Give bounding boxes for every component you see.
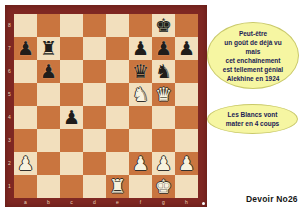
square-a8[interactable] — [14, 14, 37, 37]
square-d6[interactable] — [83, 60, 106, 83]
square-h8[interactable] — [175, 14, 198, 37]
square-h1[interactable] — [175, 175, 198, 198]
square-h7[interactable]: ♟ — [175, 37, 198, 60]
square-e1[interactable]: ♜ — [106, 175, 129, 198]
rank-label-3: 3 — [5, 129, 14, 152]
square-b6[interactable]: ♟ — [37, 60, 60, 83]
square-e7[interactable] — [106, 37, 129, 60]
square-b7[interactable]: ♜ — [37, 37, 60, 60]
square-d5[interactable] — [83, 83, 106, 106]
rank-label-2: 2 — [5, 152, 14, 175]
square-h2[interactable]: ♟ — [175, 152, 198, 175]
white-king-g1: ♚ — [152, 175, 175, 198]
square-f6[interactable]: ♛ — [129, 60, 152, 83]
caption-devoir: Devoir No26 — [246, 194, 298, 204]
square-g6[interactable]: ♞ — [152, 60, 175, 83]
rank-label-4: 4 — [5, 106, 14, 129]
bubble1-line-5: est tellement génial — [223, 65, 283, 74]
black-pawn-g7: ♟ — [152, 37, 175, 60]
file-label-c: c — [60, 198, 83, 207]
square-e3[interactable] — [106, 129, 129, 152]
square-f7[interactable]: ♟ — [129, 37, 152, 60]
file-label-f: f — [129, 198, 152, 207]
square-g8[interactable]: ♚ — [152, 14, 175, 37]
square-f5[interactable]: ♞ — [129, 83, 152, 106]
white-pawn-h2: ♟ — [175, 152, 198, 175]
square-a3[interactable] — [14, 129, 37, 152]
square-g7[interactable]: ♟ — [152, 37, 175, 60]
square-d1[interactable] — [83, 175, 106, 198]
square-c1[interactable] — [60, 175, 83, 198]
square-c8[interactable] — [60, 14, 83, 37]
black-pawn-a7: ♟ — [14, 37, 37, 60]
white-rook-e1: ♜ — [106, 175, 129, 198]
square-b5[interactable] — [37, 83, 60, 106]
file-label-b: b — [37, 198, 60, 207]
black-rook-b7: ♜ — [37, 37, 60, 60]
speech-bubble-task: Les Blancs vont mater en 4 coups — [207, 104, 298, 134]
file-label-g: g — [152, 198, 175, 207]
black-queen-f6: ♛ — [129, 60, 152, 83]
white-queen-g5: ♛ — [152, 83, 175, 106]
black-pawn-b6: ♟ — [37, 60, 60, 83]
square-g3[interactable] — [152, 129, 175, 152]
black-knight-g6: ♞ — [152, 60, 175, 83]
rank-label-8: 8 — [5, 14, 14, 37]
square-d8[interactable] — [83, 14, 106, 37]
speech-bubble-alekhine: Peut-être un goût de déjà vu mais cet en… — [207, 22, 299, 89]
bubble1-line-2: un goût de déjà vu — [224, 38, 281, 47]
square-c3[interactable] — [60, 129, 83, 152]
square-c2[interactable] — [60, 152, 83, 175]
square-b8[interactable] — [37, 14, 60, 37]
square-a1[interactable] — [14, 175, 37, 198]
square-d2[interactable] — [83, 152, 106, 175]
square-e2[interactable] — [106, 152, 129, 175]
white-pawn-f2: ♟ — [129, 152, 152, 175]
black-pawn-h7: ♟ — [175, 37, 198, 60]
square-a6[interactable] — [14, 60, 37, 83]
bubble1-line-1: Peut-être — [239, 29, 267, 38]
chess-board: ♚♟♜♟♟♟♟♛♞♞♛♟♟♟♟♟♜♚ — [14, 14, 198, 198]
bubble2-line-2: mater en 4 coups — [226, 119, 279, 128]
square-b2[interactable] — [37, 152, 60, 175]
white-knight-f5: ♞ — [129, 83, 152, 106]
square-c6[interactable] — [60, 60, 83, 83]
square-f2[interactable]: ♟ — [129, 152, 152, 175]
file-label-d: d — [83, 198, 106, 207]
square-h4[interactable] — [175, 106, 198, 129]
square-h5[interactable] — [175, 83, 198, 106]
bubble2-line-1: Les Blancs vont — [228, 110, 278, 119]
rank-label-1: 1 — [5, 175, 14, 198]
square-e4[interactable] — [106, 106, 129, 129]
chess-board-frame: ♚♟♜♟♟♟♟♛♞♞♛♟♟♟♟♟♜♚ 87654321 abcdefgh — [5, 5, 207, 207]
square-c5[interactable] — [60, 83, 83, 106]
bubble1-line-3: mais — [246, 47, 261, 56]
square-d7[interactable] — [83, 37, 106, 60]
square-g4[interactable] — [152, 106, 175, 129]
square-a4[interactable] — [14, 106, 37, 129]
square-c7[interactable] — [60, 37, 83, 60]
annotation-panel: Peut-être un goût de déjà vu mais cet en… — [204, 0, 300, 212]
square-a7[interactable]: ♟ — [14, 37, 37, 60]
file-label-a: a — [14, 198, 37, 207]
square-f1[interactable] — [129, 175, 152, 198]
square-b1[interactable] — [37, 175, 60, 198]
black-king-g8: ♚ — [152, 14, 175, 37]
square-e8[interactable] — [106, 14, 129, 37]
square-d4[interactable] — [83, 106, 106, 129]
file-label-e: e — [106, 198, 129, 207]
square-d3[interactable] — [83, 129, 106, 152]
square-a2[interactable]: ♟ — [14, 152, 37, 175]
square-h3[interactable] — [175, 129, 198, 152]
rank-label-7: 7 — [5, 37, 14, 60]
square-h6[interactable] — [175, 60, 198, 83]
white-pawn-a2: ♟ — [14, 152, 37, 175]
square-c4[interactable]: ♟ — [60, 106, 83, 129]
black-pawn-f7: ♟ — [129, 37, 152, 60]
bubble1-line-6: Alekhine en 1924 — [227, 74, 280, 83]
square-f8[interactable] — [129, 14, 152, 37]
square-f4[interactable] — [129, 106, 152, 129]
black-pawn-c4: ♟ — [60, 106, 83, 129]
worksheet-page: ♚♟♜♟♟♟♟♛♞♞♛♟♟♟♟♟♜♚ 87654321 abcdefgh Peu… — [0, 0, 300, 212]
square-g1[interactable]: ♚ — [152, 175, 175, 198]
square-b4[interactable] — [37, 106, 60, 129]
bubble1-line-4: cet enchaînement — [226, 56, 281, 65]
file-label-h: h — [175, 198, 198, 207]
square-e6[interactable] — [106, 60, 129, 83]
square-e5[interactable] — [106, 83, 129, 106]
rank-label-5: 5 — [5, 83, 14, 106]
rank-label-6: 6 — [5, 60, 14, 83]
square-g2[interactable]: ♟ — [152, 152, 175, 175]
square-b3[interactable] — [37, 129, 60, 152]
square-g5[interactable]: ♛ — [152, 83, 175, 106]
square-a5[interactable] — [14, 83, 37, 106]
white-pawn-g2: ♟ — [152, 152, 175, 175]
square-f3[interactable] — [129, 129, 152, 152]
